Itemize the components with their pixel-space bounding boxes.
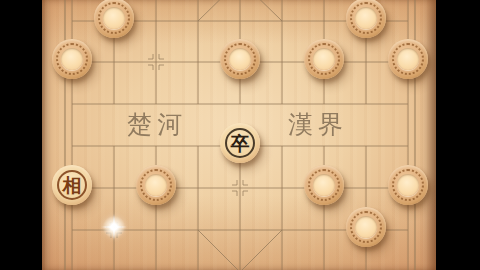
piece-center <box>397 174 419 196</box>
piece-center <box>103 7 125 29</box>
piece-hidden-i4[interactable] <box>388 39 428 79</box>
piece-hidden-b3[interactable] <box>94 0 134 38</box>
piece-center <box>355 7 377 29</box>
piece-center <box>229 48 251 70</box>
piece-hidden-a4[interactable] <box>52 39 92 79</box>
piece-character: 相 <box>52 165 92 205</box>
tap-sparkle-effect <box>101 214 127 240</box>
piece-center <box>313 48 335 70</box>
piece-hidden-e4[interactable] <box>220 39 260 79</box>
piece-hidden-c7[interactable] <box>136 165 176 205</box>
piece-hidden-g7[interactable] <box>304 165 344 205</box>
piece-hidden-h8[interactable] <box>346 207 386 247</box>
piece-center <box>397 48 419 70</box>
piece-red-elephant-a7[interactable]: 相 <box>52 165 92 205</box>
piece-center <box>145 174 167 196</box>
piece-center <box>355 216 377 238</box>
game-screen: 楚河漢界 卒相 <box>0 0 480 270</box>
piece-black-soldier-e6[interactable]: 卒 <box>220 123 260 163</box>
piece-center <box>61 48 83 70</box>
piece-character: 卒 <box>220 123 260 163</box>
piece-hidden-h3[interactable] <box>346 0 386 38</box>
piece-hidden-i7[interactable] <box>388 165 428 205</box>
piece-center <box>313 174 335 196</box>
piece-hidden-g4[interactable] <box>304 39 344 79</box>
letterbox-right <box>436 0 480 270</box>
pieces-layer: 卒相 <box>0 0 480 270</box>
letterbox-left <box>0 0 42 270</box>
